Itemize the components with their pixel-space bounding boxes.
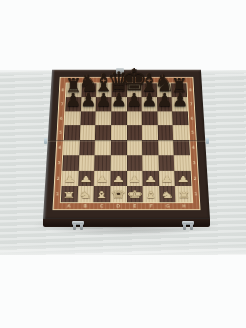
latch-leg bbox=[190, 224, 193, 230]
square-f6[interactable] bbox=[142, 111, 158, 125]
square-a5[interactable] bbox=[64, 125, 80, 140]
square-c3[interactable] bbox=[94, 155, 110, 170]
square-f5[interactable] bbox=[142, 125, 158, 140]
rank-label-6: 6 bbox=[58, 111, 64, 125]
file-label-b: B bbox=[77, 203, 94, 209]
file-label-f: F bbox=[143, 203, 160, 209]
square-g5[interactable] bbox=[157, 125, 173, 140]
square-e4[interactable] bbox=[127, 140, 143, 155]
square-d3[interactable] bbox=[110, 155, 126, 170]
square-h6[interactable] bbox=[172, 111, 188, 125]
file-label-c: C bbox=[93, 203, 110, 209]
file-label-e: E bbox=[127, 203, 144, 209]
rank-label-4: 4 bbox=[190, 140, 196, 155]
rank-label-3: 3 bbox=[191, 155, 198, 170]
square-g6[interactable] bbox=[157, 111, 173, 125]
rank-label-4: 4 bbox=[56, 140, 62, 155]
file-label-h: H bbox=[176, 203, 193, 209]
square-f3[interactable] bbox=[142, 155, 158, 170]
piece-black-pawn-g7[interactable]: ♟ bbox=[157, 91, 173, 109]
piece-black-pawn-b7[interactable]: ♟ bbox=[80, 91, 96, 109]
square-e6[interactable] bbox=[127, 111, 142, 125]
piece-white-rook-h1[interactable]: ♜ bbox=[177, 192, 190, 200]
rank-label-1: 1 bbox=[192, 186, 199, 202]
piece-white-pawn-a2[interactable]: ♟ bbox=[63, 176, 76, 184]
piece-white-rook-a1[interactable]: ♜ bbox=[62, 192, 75, 200]
piece-black-pawn-f7[interactable]: ♟ bbox=[141, 91, 157, 109]
square-c6[interactable] bbox=[96, 111, 112, 125]
square-e3[interactable] bbox=[127, 155, 143, 170]
rank-label-5: 5 bbox=[57, 125, 63, 140]
rank-label-7: 7 bbox=[188, 97, 194, 111]
rank-label-3: 3 bbox=[56, 155, 63, 170]
piece-white-pawn-g2[interactable]: ♟ bbox=[160, 176, 173, 184]
square-h4[interactable] bbox=[174, 140, 190, 155]
rank-label-8: 8 bbox=[187, 83, 193, 97]
square-b6[interactable] bbox=[80, 111, 96, 125]
piece-black-pawn-a7[interactable]: ♟ bbox=[65, 91, 81, 109]
rank-label-6: 6 bbox=[189, 111, 195, 125]
piece-white-pawn-d2[interactable]: ♟ bbox=[112, 176, 125, 184]
square-c4[interactable] bbox=[95, 140, 111, 155]
piece-black-pawn-h7[interactable]: ♟ bbox=[172, 91, 188, 109]
square-e5[interactable] bbox=[127, 125, 143, 140]
square-g3[interactable] bbox=[158, 155, 174, 170]
square-a4[interactable] bbox=[63, 140, 79, 155]
rank-label-5: 5 bbox=[189, 125, 195, 140]
latch-right bbox=[182, 221, 194, 230]
piece-white-bishop-c1[interactable]: ♝ bbox=[94, 190, 109, 199]
square-b5[interactable] bbox=[79, 125, 95, 140]
square-d6[interactable] bbox=[111, 111, 126, 125]
rank-label-1: 1 bbox=[54, 186, 61, 202]
latch-leg bbox=[183, 224, 186, 230]
piece-black-pawn-d7[interactable]: ♟ bbox=[111, 91, 127, 109]
piece-white-pawn-e2[interactable]: ♟ bbox=[128, 176, 141, 184]
latch-leg bbox=[73, 224, 76, 230]
piece-white-king-e1[interactable]: ♚ bbox=[126, 189, 143, 199]
piece-black-pawn-e7[interactable]: ♟ bbox=[126, 91, 142, 109]
square-b4[interactable] bbox=[79, 140, 95, 155]
piece-white-pawn-b2[interactable]: ♟ bbox=[79, 176, 92, 184]
piece-black-pawn-c7[interactable]: ♟ bbox=[96, 91, 112, 109]
fold-hinge-left bbox=[44, 138, 47, 144]
file-label-g: G bbox=[159, 203, 176, 209]
file-label-a: A bbox=[60, 203, 77, 209]
square-d4[interactable] bbox=[111, 140, 127, 155]
product-photo: AABBCCDDEEFFGGHH8877665544332211 ♜♞♝♛♚♝♞… bbox=[0, 0, 246, 328]
file-label-d: D bbox=[110, 203, 127, 209]
rank-label-2: 2 bbox=[55, 170, 62, 186]
square-f4[interactable] bbox=[142, 140, 158, 155]
square-h3[interactable] bbox=[174, 155, 191, 170]
square-h5[interactable] bbox=[173, 125, 189, 140]
latch-leg bbox=[80, 224, 83, 230]
piece-white-bishop-f1[interactable]: ♝ bbox=[143, 190, 158, 199]
piece-white-pawn-f2[interactable]: ♟ bbox=[144, 176, 157, 184]
piece-white-knight-g1[interactable]: ♞ bbox=[160, 191, 174, 200]
square-d5[interactable] bbox=[111, 125, 127, 140]
square-g4[interactable] bbox=[158, 140, 174, 155]
latch-left bbox=[72, 221, 84, 230]
fold-hinge-right bbox=[206, 138, 209, 144]
square-c5[interactable] bbox=[95, 125, 111, 140]
rank-label-2: 2 bbox=[192, 170, 199, 186]
piece-white-pawn-c2[interactable]: ♟ bbox=[95, 176, 108, 184]
piece-white-knight-b1[interactable]: ♞ bbox=[78, 191, 92, 200]
piece-white-pawn-h2[interactable]: ♟ bbox=[176, 176, 189, 184]
square-a6[interactable] bbox=[65, 111, 81, 125]
square-a3[interactable] bbox=[62, 155, 79, 170]
square-b3[interactable] bbox=[78, 155, 94, 170]
piece-white-queen-d1[interactable]: ♛ bbox=[110, 189, 127, 199]
